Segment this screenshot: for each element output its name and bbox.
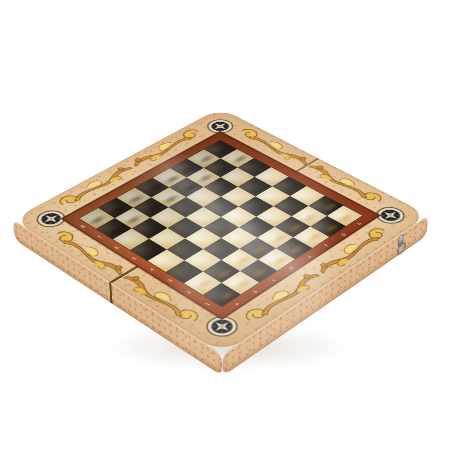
- chess-piece-glyph: ♜: [210, 264, 239, 296]
- photo-stage: abcdefgh87654321 ♜♞♝♛♚♝♞♜♟♟♟♟♟♟♟♟♟♟♟♟♟♟♟…: [0, 0, 450, 450]
- chess-box-lid: abcdefgh87654321 ♜♞♝♛♚♝♞♜♟♟♟♟♟♟♟♟♟♟♟♟♟♟♟…: [13, 108, 429, 354]
- chess-piece-glyph: ♟: [104, 207, 126, 231]
- clasp-latch-icon: [397, 233, 405, 254]
- photo-scene: abcdefgh87654321 ♜♞♝♛♚♝♞♜♟♟♟♟♟♟♟♟♟♟♟♟♟♟♟…: [0, 0, 450, 450]
